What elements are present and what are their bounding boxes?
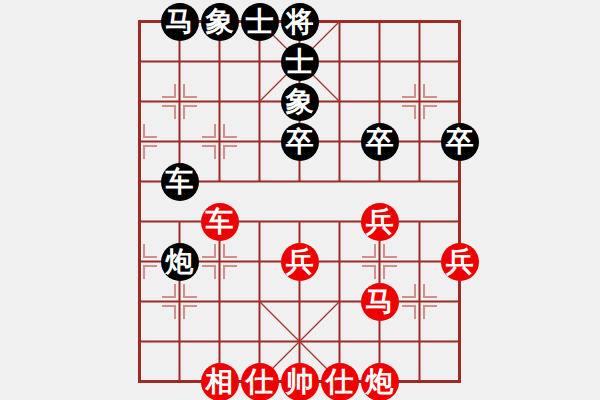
piece-red-horse[interactable]: 马 — [361, 283, 399, 321]
piece-black-soldier[interactable]: 卒 — [441, 123, 479, 161]
piece-black-soldier[interactable]: 卒 — [361, 123, 399, 161]
piece-black-general[interactable]: 将 — [281, 3, 319, 41]
piece-black-soldier[interactable]: 卒 — [281, 123, 319, 161]
piece-black-advisor[interactable]: 士 — [281, 43, 319, 81]
piece-black-cannon[interactable]: 炮 — [161, 243, 199, 281]
piece-red-soldier[interactable]: 兵 — [441, 243, 479, 281]
piece-red-advisor[interactable]: 仕 — [241, 363, 279, 400]
piece-red-elephant[interactable]: 相 — [201, 363, 239, 400]
piece-red-soldier[interactable]: 兵 — [361, 203, 399, 241]
piece-red-cannon[interactable]: 炮 — [361, 363, 399, 400]
piece-black-elephant[interactable]: 象 — [281, 83, 319, 121]
piece-red-soldier[interactable]: 兵 — [281, 243, 319, 281]
piece-red-general[interactable]: 帅 — [281, 363, 319, 400]
piece-black-elephant[interactable]: 象 — [201, 3, 239, 41]
xiangqi-board[interactable]: 马象士将士象卒卒卒车车兵炮兵兵马相仕帅仕炮 — [120, 2, 480, 400]
piece-red-chariot[interactable]: 车 — [201, 203, 239, 241]
piece-black-chariot[interactable]: 车 — [161, 163, 199, 201]
piece-red-advisor[interactable]: 仕 — [321, 363, 359, 400]
piece-black-horse[interactable]: 马 — [161, 3, 199, 41]
xiangqi-board-screenshot: 马象士将士象卒卒卒车车兵炮兵兵马相仕帅仕炮 — [0, 0, 600, 400]
piece-black-advisor[interactable]: 士 — [241, 3, 279, 41]
